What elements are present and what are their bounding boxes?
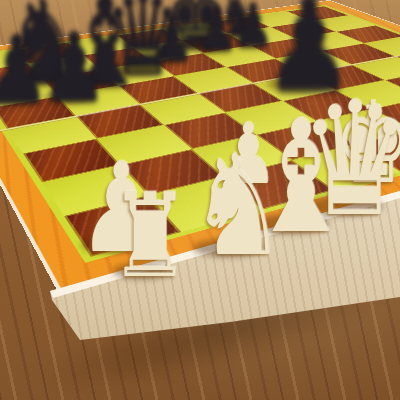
black-pawn-a7[interactable]: ♟ xyxy=(0,23,50,118)
black-pawn-e7[interactable]: ♟ xyxy=(196,0,238,59)
photo-stage: ♟♞♟♝♛♟♚♟♞♟♟♚♟♛♝♟♞♜ xyxy=(0,0,400,400)
pieces-layer: ♟♞♟♝♛♟♚♟♞♟♟♚♟♛♝♟♞♜ xyxy=(0,0,400,400)
black-pawn-b7[interactable]: ♟ xyxy=(40,20,107,116)
white-knight-b1[interactable]: ♞ xyxy=(189,136,287,276)
white-rook-a1[interactable]: ♜ xyxy=(109,178,190,294)
